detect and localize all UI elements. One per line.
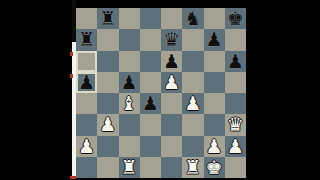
piece-white-pawn-e5[interactable]: ♟ <box>163 73 180 92</box>
square-c7[interactable] <box>119 29 140 50</box>
square-c2[interactable] <box>119 136 140 157</box>
piece-black-pawn-a5[interactable]: ♟ <box>78 73 95 92</box>
square-a6[interactable] <box>76 51 97 72</box>
square-d2[interactable] <box>140 136 161 157</box>
square-h4[interactable] <box>225 93 246 114</box>
piece-white-queen-h3[interactable]: ♛ <box>227 115 244 134</box>
square-a5[interactable]: ♟ <box>76 72 97 93</box>
square-h8[interactable]: ♚ <box>225 8 246 29</box>
square-e4[interactable] <box>161 93 182 114</box>
square-g2[interactable]: ♟ <box>204 136 225 157</box>
piece-black-king-h8[interactable]: ♚ <box>227 9 244 28</box>
square-d5[interactable] <box>140 72 161 93</box>
move-marker-tick <box>70 52 73 56</box>
square-h1[interactable] <box>225 157 246 178</box>
square-f1[interactable]: ♜ <box>182 157 203 178</box>
square-f5[interactable] <box>182 72 203 93</box>
square-d7[interactable] <box>140 29 161 50</box>
piece-black-rook-b8[interactable]: ♜ <box>99 9 116 28</box>
piece-white-pawn-h2[interactable]: ♟ <box>227 137 244 156</box>
square-d4[interactable]: ♟ <box>140 93 161 114</box>
square-d8[interactable] <box>140 8 161 29</box>
square-e2[interactable] <box>161 136 182 157</box>
square-g3[interactable] <box>204 114 225 135</box>
square-c8[interactable] <box>119 8 140 29</box>
chess-app-screen: ♜♞♚♜♛♟♟♟♟♟♟♝♟♟♟♛♟♟♟♜♜♚ <box>0 0 320 180</box>
square-b2[interactable] <box>97 136 118 157</box>
square-b3[interactable]: ♟ <box>97 114 118 135</box>
piece-white-king-g1[interactable]: ♚ <box>206 158 223 177</box>
piece-black-pawn-h6[interactable]: ♟ <box>227 52 244 71</box>
piece-white-pawn-b3[interactable]: ♟ <box>99 115 116 134</box>
square-b7[interactable] <box>97 29 118 50</box>
square-h3[interactable]: ♛ <box>225 114 246 135</box>
square-a1[interactable] <box>76 157 97 178</box>
square-b6[interactable] <box>97 51 118 72</box>
square-c1[interactable]: ♜ <box>119 157 140 178</box>
square-a3[interactable] <box>76 114 97 135</box>
piece-white-pawn-a2[interactable]: ♟ <box>78 137 95 156</box>
piece-black-pawn-e6[interactable]: ♟ <box>163 52 180 71</box>
chess-board: ♜♞♚♜♛♟♟♟♟♟♟♝♟♟♟♛♟♟♟♜♜♚ <box>76 8 246 178</box>
square-a7[interactable]: ♜ <box>76 29 97 50</box>
square-a8[interactable] <box>76 8 97 29</box>
square-e5[interactable]: ♟ <box>161 72 182 93</box>
square-f8[interactable]: ♞ <box>182 8 203 29</box>
piece-white-pawn-g2[interactable]: ♟ <box>206 137 223 156</box>
square-g1[interactable]: ♚ <box>204 157 225 178</box>
square-h6[interactable]: ♟ <box>225 51 246 72</box>
square-f6[interactable] <box>182 51 203 72</box>
piece-black-pawn-d4[interactable]: ♟ <box>142 94 159 113</box>
square-f4[interactable]: ♟ <box>182 93 203 114</box>
piece-black-rook-a7[interactable]: ♜ <box>78 30 95 49</box>
move-marker-tick <box>70 74 73 78</box>
square-g5[interactable] <box>204 72 225 93</box>
piece-white-bishop-c4[interactable]: ♝ <box>121 94 138 113</box>
square-g6[interactable] <box>204 51 225 72</box>
square-f2[interactable] <box>182 136 203 157</box>
square-d3[interactable] <box>140 114 161 135</box>
square-e8[interactable] <box>161 8 182 29</box>
square-b1[interactable] <box>97 157 118 178</box>
square-d1[interactable] <box>140 157 161 178</box>
square-h2[interactable]: ♟ <box>225 136 246 157</box>
square-a2[interactable]: ♟ <box>76 136 97 157</box>
square-g4[interactable] <box>204 93 225 114</box>
square-e3[interactable] <box>161 114 182 135</box>
square-e7[interactable]: ♛ <box>161 29 182 50</box>
square-a4[interactable] <box>76 93 97 114</box>
square-f3[interactable] <box>182 114 203 135</box>
square-b8[interactable]: ♜ <box>97 8 118 29</box>
square-c6[interactable] <box>119 51 140 72</box>
square-b4[interactable] <box>97 93 118 114</box>
square-e6[interactable]: ♟ <box>161 51 182 72</box>
piece-black-pawn-g7[interactable]: ♟ <box>206 30 223 49</box>
piece-white-pawn-f4[interactable]: ♟ <box>184 94 201 113</box>
square-b5[interactable] <box>97 72 118 93</box>
square-e1[interactable] <box>161 157 182 178</box>
piece-black-queen-e7[interactable]: ♛ <box>163 30 180 49</box>
square-g7[interactable]: ♟ <box>204 29 225 50</box>
square-f7[interactable] <box>182 29 203 50</box>
piece-black-pawn-c5[interactable]: ♟ <box>121 73 138 92</box>
square-h7[interactable] <box>225 29 246 50</box>
square-c4[interactable]: ♝ <box>119 93 140 114</box>
square-c3[interactable] <box>119 114 140 135</box>
piece-white-rook-f1[interactable]: ♜ <box>184 158 201 177</box>
square-d6[interactable] <box>140 51 161 72</box>
piece-black-knight-f8[interactable]: ♞ <box>184 9 201 28</box>
piece-white-rook-c1[interactable]: ♜ <box>121 158 138 177</box>
square-g8[interactable] <box>204 8 225 29</box>
square-h5[interactable] <box>225 72 246 93</box>
square-c5[interactable]: ♟ <box>119 72 140 93</box>
